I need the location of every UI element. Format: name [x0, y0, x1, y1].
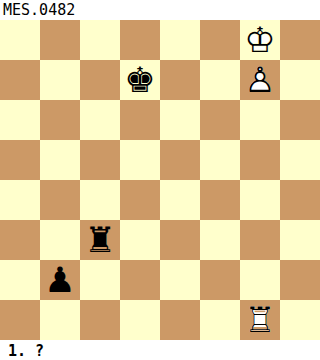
square-a2[interactable]: [0, 260, 40, 300]
square-g2[interactable]: [240, 260, 280, 300]
square-g1[interactable]: ♜♖: [240, 300, 280, 340]
square-f3[interactable]: [200, 220, 240, 260]
square-h5[interactable]: [280, 140, 320, 180]
diagram-title: MES.0482: [0, 0, 320, 20]
square-g8[interactable]: ♚♔: [240, 20, 280, 60]
square-g7[interactable]: ♟♙: [240, 60, 280, 100]
square-b3[interactable]: [40, 220, 80, 260]
square-e8[interactable]: [160, 20, 200, 60]
square-g5[interactable]: [240, 140, 280, 180]
square-d7[interactable]: ♚: [120, 60, 160, 100]
square-a1[interactable]: [0, 300, 40, 340]
square-b1[interactable]: [40, 300, 80, 340]
chessboard: ♚♔♚♟♙♜♟♜♖: [0, 20, 320, 340]
square-d6[interactable]: [120, 100, 160, 140]
square-h2[interactable]: [280, 260, 320, 300]
square-a5[interactable]: [0, 140, 40, 180]
square-e1[interactable]: [160, 300, 200, 340]
square-c1[interactable]: [80, 300, 120, 340]
square-g4[interactable]: [240, 180, 280, 220]
square-e7[interactable]: [160, 60, 200, 100]
square-e2[interactable]: [160, 260, 200, 300]
square-e5[interactable]: [160, 140, 200, 180]
piece-black-king: ♚: [120, 60, 160, 100]
square-f7[interactable]: [200, 60, 240, 100]
square-a7[interactable]: [0, 60, 40, 100]
square-d1[interactable]: [120, 300, 160, 340]
square-c3[interactable]: ♜: [80, 220, 120, 260]
square-b4[interactable]: [40, 180, 80, 220]
move-prompt: 1. ?: [0, 340, 320, 360]
square-h3[interactable]: [280, 220, 320, 260]
square-h8[interactable]: [280, 20, 320, 60]
square-b7[interactable]: [40, 60, 80, 100]
square-b5[interactable]: [40, 140, 80, 180]
square-a8[interactable]: [0, 20, 40, 60]
square-h7[interactable]: [280, 60, 320, 100]
square-a6[interactable]: [0, 100, 40, 140]
square-c6[interactable]: [80, 100, 120, 140]
square-d4[interactable]: [120, 180, 160, 220]
square-f2[interactable]: [200, 260, 240, 300]
square-f6[interactable]: [200, 100, 240, 140]
square-e3[interactable]: [160, 220, 200, 260]
piece-white-pawn: ♙: [240, 60, 280, 100]
square-h4[interactable]: [280, 180, 320, 220]
square-a4[interactable]: [0, 180, 40, 220]
piece-black-pawn: ♟: [40, 260, 80, 300]
square-f1[interactable]: [200, 300, 240, 340]
square-c4[interactable]: [80, 180, 120, 220]
square-b6[interactable]: [40, 100, 80, 140]
square-b8[interactable]: [40, 20, 80, 60]
square-c5[interactable]: [80, 140, 120, 180]
square-d3[interactable]: [120, 220, 160, 260]
square-f8[interactable]: [200, 20, 240, 60]
square-c2[interactable]: [80, 260, 120, 300]
square-f4[interactable]: [200, 180, 240, 220]
square-f5[interactable]: [200, 140, 240, 180]
square-c8[interactable]: [80, 20, 120, 60]
square-d2[interactable]: [120, 260, 160, 300]
square-d8[interactable]: [120, 20, 160, 60]
square-g6[interactable]: [240, 100, 280, 140]
square-b2[interactable]: ♟: [40, 260, 80, 300]
square-a3[interactable]: [0, 220, 40, 260]
square-e6[interactable]: [160, 100, 200, 140]
square-h6[interactable]: [280, 100, 320, 140]
square-d5[interactable]: [120, 140, 160, 180]
square-h1[interactable]: [280, 300, 320, 340]
piece-white-rook: ♖: [240, 300, 280, 340]
square-e4[interactable]: [160, 180, 200, 220]
square-c7[interactable]: [80, 60, 120, 100]
piece-black-rook: ♜: [80, 220, 120, 260]
piece-white-king: ♔: [240, 20, 280, 60]
square-g3[interactable]: [240, 220, 280, 260]
